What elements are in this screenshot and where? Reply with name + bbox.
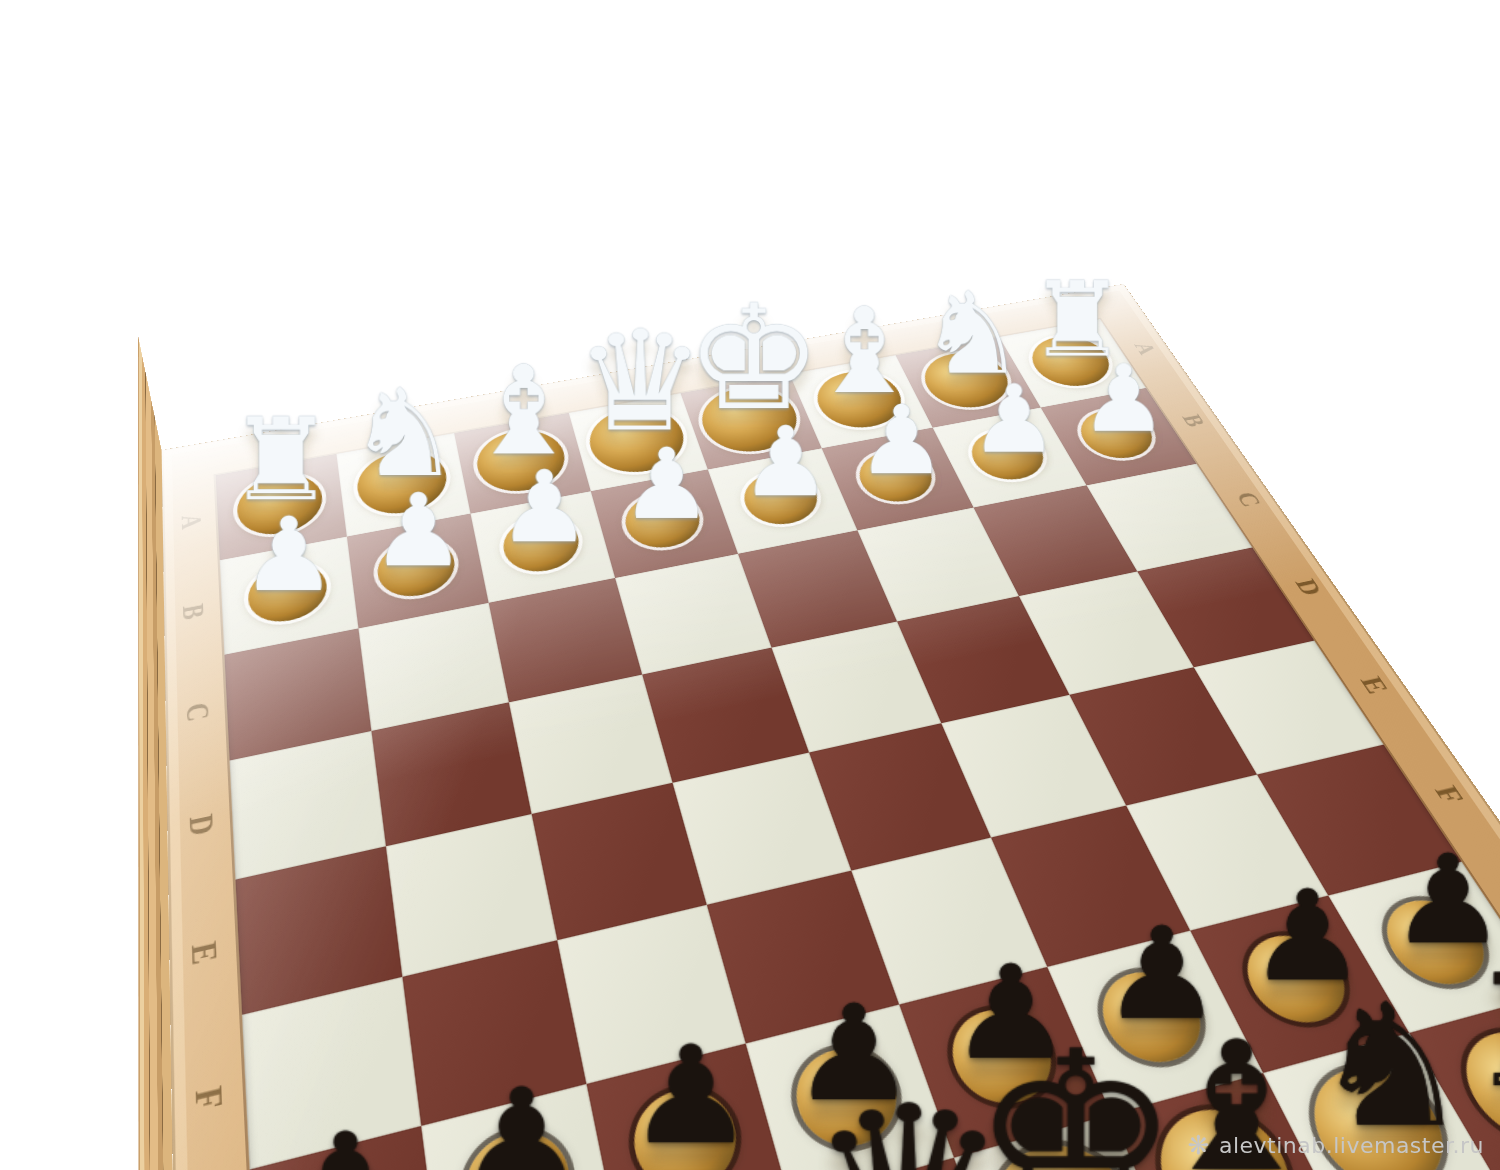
- watermark: ❋ alevtinab.livemaster.ru: [1188, 1132, 1484, 1158]
- watermark-text: alevtinab.livemaster.ru: [1219, 1133, 1484, 1158]
- rail-label-left-B: B: [164, 560, 225, 666]
- coordinate-label: C: [1229, 490, 1267, 510]
- product-photo: AABBCCDDEEFFGGHH12345678 ♜♞♝♛♚♝♞♜♟♟♟♟♟♟♟…: [0, 0, 1500, 1170]
- board-top: AABBCCDDEEFFGGHH12345678 ♜♞♝♛♚♝♞♜♟♟♟♟♟♟♟…: [162, 284, 1500, 1170]
- chess-box: AABBCCDDEEFFGGHH12345678 ♜♞♝♛♚♝♞♜♟♟♟♟♟♟♟…: [162, 284, 1500, 1170]
- coordinate-label: A: [1127, 341, 1161, 357]
- black-pawn-glyph: ♟: [173, 1115, 518, 1170]
- coordinate-label: B: [1176, 412, 1211, 429]
- rail-label-left-A: A: [162, 475, 220, 570]
- coordinate-label: A: [174, 511, 207, 532]
- coordinate-label: D: [1287, 576, 1328, 598]
- snowflake-icon: ❋: [1188, 1132, 1210, 1158]
- coordinate-label: B: [176, 601, 211, 623]
- photo-scene: AABBCCDDEEFFGGHH12345678 ♜♞♝♛♚♝♞♜♟♟♟♟♟♟♟…: [30, 30, 1470, 1140]
- black-bishop-glyph: ♝: [555, 1151, 912, 1170]
